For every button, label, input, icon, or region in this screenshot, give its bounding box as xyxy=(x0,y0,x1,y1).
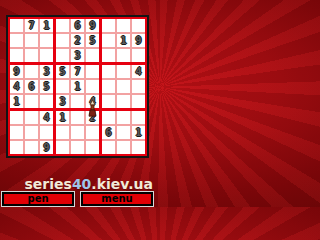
sudoku-cell[interactable] xyxy=(132,80,145,93)
sudoku-cell[interactable]: 3 xyxy=(40,65,53,78)
sudoku-cell[interactable]: 4 xyxy=(10,80,23,93)
sudoku-cell[interactable] xyxy=(25,49,38,62)
sudoku-board-grid: 716925319934651571344491261 xyxy=(10,19,145,154)
sudoku-cell[interactable] xyxy=(132,49,145,62)
sudoku-cell[interactable] xyxy=(10,111,23,124)
sudoku-cell[interactable] xyxy=(25,95,38,108)
sudoku-cell[interactable] xyxy=(25,111,38,124)
sudoku-cell[interactable] xyxy=(56,19,69,32)
sudoku-block: 61 xyxy=(102,111,145,154)
sudoku-cell[interactable] xyxy=(117,80,130,93)
sudoku-cell[interactable] xyxy=(25,34,38,47)
sudoku-cell[interactable] xyxy=(71,95,84,108)
watermark-kiev-ua: .kiev.ua xyxy=(91,176,153,192)
sudoku-cell[interactable] xyxy=(117,126,130,139)
sudoku-cell[interactable] xyxy=(117,141,130,154)
menu-softkey-button[interactable]: menu xyxy=(81,192,153,206)
sudoku-cell[interactable]: 6 xyxy=(71,19,84,32)
sudoku-cell[interactable] xyxy=(56,141,69,154)
sudoku-cell[interactable] xyxy=(102,65,115,78)
sudoku-cell[interactable] xyxy=(71,111,84,124)
sudoku-cell[interactable] xyxy=(71,126,84,139)
sudoku-cell[interactable]: 7 xyxy=(25,19,38,32)
sudoku-cell[interactable] xyxy=(86,65,99,78)
sudoku-cell[interactable] xyxy=(102,19,115,32)
watermark-series: series xyxy=(25,176,72,192)
sudoku-cell[interactable] xyxy=(25,126,38,139)
sudoku-cell[interactable] xyxy=(25,65,38,78)
sudoku-cell[interactable] xyxy=(86,126,99,139)
sudoku-block: 71 xyxy=(10,19,53,62)
sudoku-cell[interactable]: 6 xyxy=(102,126,115,139)
sudoku-cell[interactable]: 9 xyxy=(10,65,23,78)
sudoku-cell[interactable] xyxy=(102,141,115,154)
sudoku-cell[interactable]: 4 xyxy=(40,111,53,124)
sudoku-cell[interactable] xyxy=(102,80,115,93)
sudoku-cell[interactable] xyxy=(56,126,69,139)
sudoku-cell[interactable]: 4 xyxy=(132,65,145,78)
sudoku-cell[interactable] xyxy=(132,19,145,32)
sudoku-cell[interactable] xyxy=(56,80,69,93)
sudoku-cell[interactable] xyxy=(132,95,145,108)
sudoku-cell[interactable] xyxy=(10,49,23,62)
sudoku-cell[interactable]: 3 xyxy=(56,95,69,108)
sudoku-cell[interactable] xyxy=(71,141,84,154)
sudoku-cell[interactable] xyxy=(132,141,145,154)
sudoku-cell[interactable] xyxy=(10,19,23,32)
sudoku-cell[interactable] xyxy=(117,65,130,78)
sudoku-cell[interactable] xyxy=(102,49,115,62)
sudoku-cell[interactable] xyxy=(40,49,53,62)
sudoku-cell[interactable] xyxy=(10,34,23,47)
sudoku-cell[interactable]: 9 xyxy=(132,34,145,47)
sudoku-cell[interactable]: 5 xyxy=(40,80,53,93)
sudoku-cell[interactable] xyxy=(102,95,115,108)
sudoku-cell[interactable] xyxy=(56,34,69,47)
sudoku-cell[interactable]: 1 xyxy=(56,111,69,124)
sudoku-cell[interactable]: 2 xyxy=(71,34,84,47)
sudoku-cell[interactable] xyxy=(10,141,23,154)
sudoku-cell[interactable]: 6 xyxy=(25,80,38,93)
sudoku-cell[interactable] xyxy=(86,141,99,154)
sudoku-cell[interactable]: 1 xyxy=(71,80,84,93)
sudoku-cell[interactable] xyxy=(102,111,115,124)
sudoku-cell[interactable]: 3 xyxy=(71,49,84,62)
sudoku-block: 69253 xyxy=(56,19,99,62)
sudoku-cell[interactable] xyxy=(40,126,53,139)
sudoku-cell[interactable] xyxy=(117,95,130,108)
sudoku-cell[interactable]: 1 xyxy=(132,126,145,139)
sudoku-block: 19 xyxy=(102,19,145,62)
sudoku-board: 716925319934651571344491261 xyxy=(6,15,149,158)
sudoku-cell[interactable] xyxy=(117,19,130,32)
sudoku-cell[interactable] xyxy=(102,34,115,47)
game-screen: 716925319934651571344491261 series40.kie… xyxy=(0,0,155,207)
sudoku-cell[interactable]: 5 xyxy=(86,34,99,47)
sudoku-cell[interactable] xyxy=(86,80,99,93)
sudoku-cell[interactable]: 9 xyxy=(86,19,99,32)
sudoku-block: 49 xyxy=(10,111,53,154)
pen-cursor-icon xyxy=(88,100,97,117)
sudoku-cell[interactable]: 5 xyxy=(56,65,69,78)
sudoku-cell[interactable] xyxy=(117,49,130,62)
pen-softkey-button[interactable]: pen xyxy=(2,192,74,206)
sudoku-cell[interactable]: 1 xyxy=(10,95,23,108)
sudoku-cell[interactable]: 1 xyxy=(40,19,53,32)
sudoku-cell[interactable] xyxy=(132,111,145,124)
sudoku-cell[interactable] xyxy=(56,49,69,62)
watermark: series40.kiev.ua xyxy=(25,176,153,192)
sudoku-block: 934651 xyxy=(10,65,53,108)
sudoku-cell[interactable]: 7 xyxy=(71,65,84,78)
sudoku-cell[interactable] xyxy=(40,34,53,47)
sudoku-block: 4 xyxy=(102,65,145,108)
sudoku-cell[interactable] xyxy=(25,141,38,154)
sudoku-cell[interactable] xyxy=(117,111,130,124)
watermark-40: 40 xyxy=(72,176,91,192)
sudoku-cell[interactable]: 1 xyxy=(117,34,130,47)
sudoku-cell[interactable] xyxy=(40,95,53,108)
sudoku-cell[interactable] xyxy=(10,126,23,139)
sudoku-cell[interactable] xyxy=(86,49,99,62)
sudoku-block: 12 xyxy=(56,111,99,154)
sudoku-cell[interactable]: 9 xyxy=(40,141,53,154)
